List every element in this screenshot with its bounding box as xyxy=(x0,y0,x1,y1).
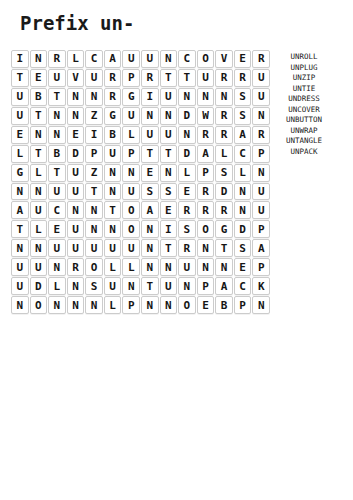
grid-cell-r6c14[interactable]: P xyxy=(252,145,270,163)
grid-cell-r13c7[interactable]: N xyxy=(122,277,140,295)
grid-cell-r12c2[interactable]: U xyxy=(30,258,48,276)
grid-cell-r8c9[interactable]: S xyxy=(160,183,178,201)
word-list: UNROLLUNPLUGUNZIPUNTIEUNDRESSUNCOVERUNBU… xyxy=(275,52,333,157)
grid-cell-r9c2[interactable]: U xyxy=(30,201,48,219)
grid-cell-r13c1[interactable]: U xyxy=(11,277,29,295)
grid-cell-r6c3[interactable]: B xyxy=(48,145,66,163)
grid-cell-r9c3[interactable]: C xyxy=(48,201,66,219)
grid-cell-r9c7[interactable]: O xyxy=(122,201,140,219)
grid-cell-r2c11[interactable]: U xyxy=(197,69,215,87)
grid-cell-r11c11[interactable]: N xyxy=(197,239,215,257)
grid-cell-r12c7[interactable]: L xyxy=(122,258,140,276)
grid-cell-r10c6[interactable]: N xyxy=(104,220,122,238)
grid-cell-r10c8[interactable]: N xyxy=(141,220,159,238)
grid-cell-r3c14[interactable]: U xyxy=(252,88,270,106)
grid-cell-r12c5[interactable]: O xyxy=(85,258,103,276)
grid-cell-r10c13[interactable]: D xyxy=(234,220,252,238)
grid-cell-r7c13[interactable]: L xyxy=(234,164,252,182)
grid-cell-r8c11[interactable]: R xyxy=(197,183,215,201)
grid-cell-r14c7[interactable]: P xyxy=(122,296,140,314)
grid-cell-r1c12[interactable]: V xyxy=(215,50,233,68)
grid-cell-r3c11[interactable]: N xyxy=(197,88,215,106)
grid-cell-r11c13[interactable]: S xyxy=(234,239,252,257)
grid-cell-r2c8[interactable]: R xyxy=(141,69,159,87)
grid-cell-r5c6[interactable]: B xyxy=(104,126,122,144)
grid-cell-r10c9[interactable]: I xyxy=(160,220,178,238)
grid-cell-r6c9[interactable]: T xyxy=(160,145,178,163)
grid-cell-r6c4[interactable]: D xyxy=(67,145,85,163)
grid-cell-r12c1[interactable]: U xyxy=(11,258,29,276)
grid-cell-r14c2[interactable]: O xyxy=(30,296,48,314)
grid-cell-r10c2[interactable]: L xyxy=(30,220,48,238)
grid-cell-r14c14[interactable]: N xyxy=(252,296,270,314)
grid-cell-r9c5[interactable]: N xyxy=(85,201,103,219)
grid-cell-r7c11[interactable]: P xyxy=(197,164,215,182)
grid-cell-r9c11[interactable]: R xyxy=(197,201,215,219)
grid-cell-r13c9[interactable]: U xyxy=(160,277,178,295)
grid-cell-r2c14[interactable]: U xyxy=(252,69,270,87)
grid-cell-r13c14[interactable]: K xyxy=(252,277,270,295)
grid-cell-r8c13[interactable]: N xyxy=(234,183,252,201)
grid-cell-r2c9[interactable]: T xyxy=(160,69,178,87)
grid-cell-r10c3[interactable]: E xyxy=(48,220,66,238)
grid-cell-r8c1[interactable]: N xyxy=(11,183,29,201)
grid-cell-r12c14[interactable]: P xyxy=(252,258,270,276)
grid-cell-r4c9[interactable]: N xyxy=(160,107,178,125)
grid-cell-r12c11[interactable]: N xyxy=(197,258,215,276)
grid-cell-r11c4[interactable]: U xyxy=(67,239,85,257)
grid-cell-r6c12[interactable]: L xyxy=(215,145,233,163)
grid-cell-r14c11[interactable]: E xyxy=(197,296,215,314)
grid-cell-r2c3[interactable]: U xyxy=(48,69,66,87)
grid-cell-r5c10[interactable]: N xyxy=(178,126,196,144)
grid-cell-r4c14[interactable]: N xyxy=(252,107,270,125)
word-list-item: UNCOVER xyxy=(275,105,333,116)
grid-cell-r5c9[interactable]: U xyxy=(160,126,178,144)
grid-cell-r4c13[interactable]: S xyxy=(234,107,252,125)
grid-cell-r8c12[interactable]: D xyxy=(215,183,233,201)
grid-cell-r7c3[interactable]: T xyxy=(48,164,66,182)
grid-cell-r7c5[interactable]: Z xyxy=(85,164,103,182)
grid-cell-r12c9[interactable]: N xyxy=(160,258,178,276)
grid-cell-r4c7[interactable]: U xyxy=(122,107,140,125)
grid-cell-r11c6[interactable]: U xyxy=(104,239,122,257)
grid-cell-r11c9[interactable]: T xyxy=(160,239,178,257)
grid-cell-r3c7[interactable]: G xyxy=(122,88,140,106)
word-search-grid: INRLCAUUNCOVERTEUVURPRTTURRUUBTNNRGIUNNN… xyxy=(11,50,270,314)
grid-cell-r9c13[interactable]: N xyxy=(234,201,252,219)
grid-cell-r7c8[interactable]: E xyxy=(141,164,159,182)
grid-cell-r7c6[interactable]: N xyxy=(104,164,122,182)
grid-cell-r2c7[interactable]: P xyxy=(122,69,140,87)
grid-cell-r11c8[interactable]: N xyxy=(141,239,159,257)
grid-cell-r6c6[interactable]: U xyxy=(104,145,122,163)
grid-cell-r7c2[interactable]: L xyxy=(30,164,48,182)
grid-cell-r5c1[interactable]: E xyxy=(11,126,29,144)
grid-cell-r3c3[interactable]: T xyxy=(48,88,66,106)
word-list-item: UNPACK xyxy=(275,147,333,158)
grid-cell-r14c6[interactable]: L xyxy=(104,296,122,314)
grid-cell-r1c9[interactable]: N xyxy=(160,50,178,68)
grid-cell-r7c7[interactable]: N xyxy=(122,164,140,182)
grid-cell-r10c4[interactable]: U xyxy=(67,220,85,238)
grid-cell-r9c6[interactable]: T xyxy=(104,201,122,219)
grid-cell-r13c10[interactable]: N xyxy=(178,277,196,295)
grid-cell-r5c14[interactable]: R xyxy=(252,126,270,144)
grid-cell-r7c1[interactable]: G xyxy=(11,164,29,182)
grid-cell-r10c5[interactable]: N xyxy=(85,220,103,238)
grid-cell-r3c5[interactable]: N xyxy=(85,88,103,106)
grid-cell-r9c12[interactable]: R xyxy=(215,201,233,219)
grid-cell-r1c6[interactable]: A xyxy=(104,50,122,68)
grid-cell-r8c2[interactable]: N xyxy=(30,183,48,201)
grid-cell-r12c13[interactable]: E xyxy=(234,258,252,276)
grid-cell-r14c8[interactable]: N xyxy=(141,296,159,314)
grid-cell-r2c2[interactable]: E xyxy=(30,69,48,87)
grid-cell-r5c2[interactable]: N xyxy=(30,126,48,144)
grid-cell-r14c3[interactable]: N xyxy=(48,296,66,314)
grid-cell-r13c4[interactable]: N xyxy=(67,277,85,295)
grid-cell-r14c10[interactable]: O xyxy=(178,296,196,314)
grid-cell-r14c13[interactable]: P xyxy=(234,296,252,314)
grid-cell-r1c1[interactable]: I xyxy=(11,50,29,68)
grid-cell-r1c2[interactable]: N xyxy=(30,50,48,68)
grid-cell-r13c2[interactable]: D xyxy=(30,277,48,295)
grid-cell-r11c14[interactable]: A xyxy=(252,239,270,257)
grid-cell-r9c8[interactable]: A xyxy=(141,201,159,219)
grid-cell-r13c8[interactable]: T xyxy=(141,277,159,295)
grid-cell-r6c13[interactable]: C xyxy=(234,145,252,163)
word-list-item: UNTIE xyxy=(275,84,333,95)
grid-cell-r1c3[interactable]: R xyxy=(48,50,66,68)
grid-cell-r4c3[interactable]: N xyxy=(48,107,66,125)
grid-cell-r11c1[interactable]: N xyxy=(11,239,29,257)
grid-cell-r2c12[interactable]: R xyxy=(215,69,233,87)
grid-cell-r9c10[interactable]: R xyxy=(178,201,196,219)
grid-cell-r4c8[interactable]: N xyxy=(141,107,159,125)
grid-cell-r14c12[interactable]: B xyxy=(215,296,233,314)
grid-cell-r8c14[interactable]: U xyxy=(252,183,270,201)
grid-cell-r7c10[interactable]: L xyxy=(178,164,196,182)
grid-cell-r2c10[interactable]: T xyxy=(178,69,196,87)
word-list-item: UNBUTTON xyxy=(275,115,333,126)
word-list-item: UNTANGLE xyxy=(275,136,333,147)
grid-cell-r6c8[interactable]: T xyxy=(141,145,159,163)
grid-cell-r2c13[interactable]: R xyxy=(234,69,252,87)
grid-cell-r2c5[interactable]: U xyxy=(85,69,103,87)
grid-cell-r5c4[interactable]: E xyxy=(67,126,85,144)
word-list-item: UNROLL xyxy=(275,52,333,63)
grid-cell-r5c7[interactable]: L xyxy=(122,126,140,144)
grid-cell-r4c12[interactable]: R xyxy=(215,107,233,125)
grid-cell-r13c3[interactable]: L xyxy=(48,277,66,295)
grid-cell-r4c2[interactable]: T xyxy=(30,107,48,125)
grid-cell-r6c10[interactable]: D xyxy=(178,145,196,163)
grid-cell-r1c7[interactable]: U xyxy=(122,50,140,68)
page-title: Prefix un- xyxy=(20,12,134,34)
word-list-item: UNZIP xyxy=(275,73,333,84)
grid-cell-r2c1[interactable]: T xyxy=(11,69,29,87)
grid-cell-r2c6[interactable]: R xyxy=(104,69,122,87)
grid-cell-r5c3[interactable]: N xyxy=(48,126,66,144)
grid-cell-r4c6[interactable]: G xyxy=(104,107,122,125)
grid-cell-r6c7[interactable]: P xyxy=(122,145,140,163)
grid-cell-r12c3[interactable]: N xyxy=(48,258,66,276)
grid-cell-r2c4[interactable]: V xyxy=(67,69,85,87)
grid-cell-r13c5[interactable]: S xyxy=(85,277,103,295)
word-list-item: UNWRAP xyxy=(275,126,333,137)
grid-cell-r8c7[interactable]: U xyxy=(122,183,140,201)
grid-cell-r4c11[interactable]: W xyxy=(197,107,215,125)
grid-cell-r13c13[interactable]: C xyxy=(234,277,252,295)
grid-cell-r1c11[interactable]: O xyxy=(197,50,215,68)
grid-cell-r5c13[interactable]: A xyxy=(234,126,252,144)
grid-cell-r9c4[interactable]: N xyxy=(67,201,85,219)
grid-cell-r3c4[interactable]: N xyxy=(67,88,85,106)
worksheet-page: Prefix un- INRLCAUUNCOVERTEUVURPRTTURRUU… xyxy=(0,0,353,500)
grid-cell-r7c12[interactable]: S xyxy=(215,164,233,182)
grid-cell-r6c11[interactable]: A xyxy=(197,145,215,163)
grid-cell-r11c12[interactable]: T xyxy=(215,239,233,257)
grid-cell-r6c5[interactable]: P xyxy=(85,145,103,163)
grid-cell-r10c10[interactable]: S xyxy=(178,220,196,238)
grid-cell-r10c14[interactable]: P xyxy=(252,220,270,238)
grid-cell-r3c6[interactable]: R xyxy=(104,88,122,106)
grid-cell-r5c12[interactable]: R xyxy=(215,126,233,144)
grid-cell-r8c6[interactable]: N xyxy=(104,183,122,201)
grid-cell-r6c1[interactable]: L xyxy=(11,145,29,163)
grid-cell-r1c14[interactable]: R xyxy=(252,50,270,68)
grid-cell-r5c5[interactable]: I xyxy=(85,126,103,144)
word-list-item: UNDRESS xyxy=(275,94,333,105)
grid-cell-r13c11[interactable]: P xyxy=(197,277,215,295)
grid-cell-r7c4[interactable]: U xyxy=(67,164,85,182)
grid-cell-r11c5[interactable]: U xyxy=(85,239,103,257)
grid-cell-r11c3[interactable]: U xyxy=(48,239,66,257)
grid-cell-r8c4[interactable]: U xyxy=(67,183,85,201)
grid-cell-r4c4[interactable]: N xyxy=(67,107,85,125)
grid-cell-r12c4[interactable]: R xyxy=(67,258,85,276)
grid-cell-r8c3[interactable]: U xyxy=(48,183,66,201)
grid-cell-r10c1[interactable]: T xyxy=(11,220,29,238)
grid-cell-r8c10[interactable]: E xyxy=(178,183,196,201)
grid-cell-r3c10[interactable]: N xyxy=(178,88,196,106)
grid-cell-r10c7[interactable]: O xyxy=(122,220,140,238)
grid-cell-r12c12[interactable]: N xyxy=(215,258,233,276)
grid-cell-r1c5[interactable]: C xyxy=(85,50,103,68)
grid-cell-r14c4[interactable]: N xyxy=(67,296,85,314)
grid-cell-r13c6[interactable]: U xyxy=(104,277,122,295)
grid-cell-r4c10[interactable]: D xyxy=(178,107,196,125)
grid-cell-r13c12[interactable]: A xyxy=(215,277,233,295)
word-list-item: UNPLUG xyxy=(275,63,333,74)
grid-cell-r1c10[interactable]: C xyxy=(178,50,196,68)
grid-cell-r14c9[interactable]: N xyxy=(160,296,178,314)
grid-cell-r12c10[interactable]: U xyxy=(178,258,196,276)
grid-cell-r14c5[interactable]: N xyxy=(85,296,103,314)
grid-cell-r4c1[interactable]: U xyxy=(11,107,29,125)
grid-cell-r9c1[interactable]: A xyxy=(11,201,29,219)
grid-cell-r14c1[interactable]: N xyxy=(11,296,29,314)
grid-cell-r7c14[interactable]: N xyxy=(252,164,270,182)
grid-cell-r9c9[interactable]: E xyxy=(160,201,178,219)
grid-cell-r5c8[interactable]: U xyxy=(141,126,159,144)
grid-cell-r3c8[interactable]: I xyxy=(141,88,159,106)
grid-cell-r11c2[interactable]: N xyxy=(30,239,48,257)
grid-cell-r3c9[interactable]: U xyxy=(160,88,178,106)
grid-cell-r10c12[interactable]: G xyxy=(215,220,233,238)
grid-cell-r3c2[interactable]: B xyxy=(30,88,48,106)
grid-cell-r8c8[interactable]: S xyxy=(141,183,159,201)
grid-cell-r7c9[interactable]: N xyxy=(160,164,178,182)
grid-cell-r9c14[interactable]: U xyxy=(252,201,270,219)
grid-cell-r11c7[interactable]: U xyxy=(122,239,140,257)
grid-cell-r3c12[interactable]: N xyxy=(215,88,233,106)
grid-cell-r3c13[interactable]: S xyxy=(234,88,252,106)
grid-cell-r1c8[interactable]: U xyxy=(141,50,159,68)
grid-cell-r1c4[interactable]: L xyxy=(67,50,85,68)
grid-cell-r5c11[interactable]: R xyxy=(197,126,215,144)
grid-cell-r12c6[interactable]: L xyxy=(104,258,122,276)
grid-cell-r12c8[interactable]: N xyxy=(141,258,159,276)
grid-cell-r1c13[interactable]: E xyxy=(234,50,252,68)
grid-cell-r6c2[interactable]: T xyxy=(30,145,48,163)
grid-cell-r11c10[interactable]: R xyxy=(178,239,196,257)
grid-cell-r10c11[interactable]: O xyxy=(197,220,215,238)
grid-cell-r3c1[interactable]: U xyxy=(11,88,29,106)
grid-cell-r8c5[interactable]: T xyxy=(85,183,103,201)
grid-cell-r4c5[interactable]: Z xyxy=(85,107,103,125)
